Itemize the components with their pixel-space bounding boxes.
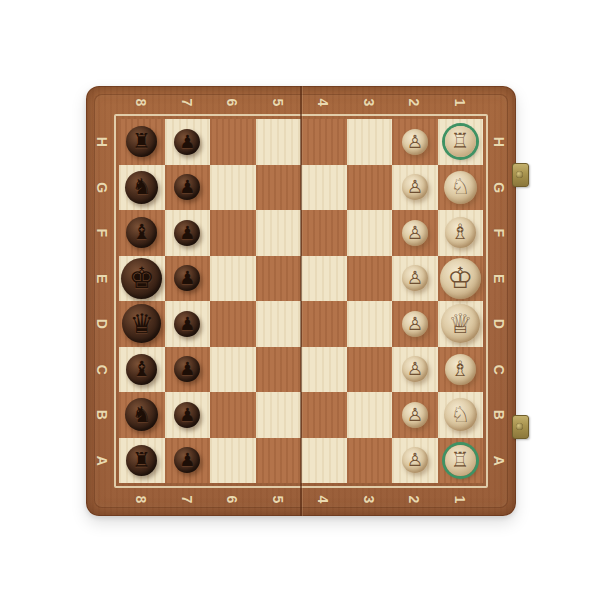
piece-glyph: ♟ <box>179 406 195 424</box>
coord-label-right-H: H <box>477 125 523 158</box>
square-F3[interactable] <box>347 210 393 256</box>
coord-label-right-G: G <box>477 171 523 204</box>
coord-label-top-5: 5 <box>262 80 295 126</box>
piece-black-pawn-h7[interactable]: ♟ <box>174 129 200 155</box>
piece-white-pawn-h2[interactable]: ♙ <box>402 129 428 155</box>
piece-black-king-e8[interactable]: ♚ <box>121 258 162 299</box>
piece-glyph: ♟ <box>179 178 195 196</box>
piece-white-king-e1[interactable]: ♔ <box>440 258 481 299</box>
fold-seam <box>300 86 302 516</box>
coord-label-bottom-1: 1 <box>444 477 477 523</box>
piece-white-bishop-f1[interactable]: ♗ <box>445 217 476 248</box>
piece-glyph: ♚ <box>129 264 155 293</box>
piece-black-pawn-b7[interactable]: ♟ <box>174 402 200 428</box>
piece-glyph: ♙ <box>407 451 423 469</box>
piece-black-knight-b8[interactable]: ♞ <box>125 398 158 431</box>
coord-label-top-8: 8 <box>125 80 158 126</box>
piece-black-queen-d8[interactable]: ♛ <box>122 304 161 343</box>
piece-white-queen-d1[interactable]: ♕ <box>441 304 480 343</box>
piece-white-pawn-e2[interactable]: ♙ <box>402 265 428 291</box>
square-F4[interactable] <box>301 210 347 256</box>
piece-glyph: ♔ <box>447 264 473 293</box>
piece-glyph: ♞ <box>132 404 152 426</box>
piece-white-pawn-a2[interactable]: ♙ <box>402 447 428 473</box>
piece-glyph: ♖ <box>451 450 470 471</box>
piece-glyph: ♖ <box>451 131 470 152</box>
square-C3[interactable] <box>347 347 393 393</box>
square-F7[interactable]: ♟ <box>165 210 211 256</box>
square-D6[interactable] <box>210 301 256 347</box>
square-D2[interactable]: ♙ <box>392 301 438 347</box>
coord-label-right-E: E <box>477 262 523 295</box>
coord-label-left-E: E <box>80 262 126 295</box>
square-B6[interactable] <box>210 392 256 438</box>
piece-glyph: ♙ <box>407 133 423 151</box>
square-F5[interactable] <box>256 210 302 256</box>
piece-black-pawn-c7[interactable]: ♟ <box>174 356 200 382</box>
coord-label-bottom-5: 5 <box>262 477 295 523</box>
square-G8[interactable]: ♞ <box>119 165 165 211</box>
piece-white-pawn-d2[interactable]: ♙ <box>402 311 428 337</box>
square-D4[interactable] <box>301 301 347 347</box>
coord-label-right-A: A <box>477 444 523 477</box>
square-F8[interactable]: ♝ <box>119 210 165 256</box>
piece-black-bishop-f8[interactable]: ♝ <box>126 217 157 248</box>
square-G3[interactable] <box>347 165 393 211</box>
piece-black-pawn-d7[interactable]: ♟ <box>174 311 200 337</box>
square-H7[interactable]: ♟ <box>165 119 211 165</box>
piece-black-pawn-f7[interactable]: ♟ <box>174 220 200 246</box>
chess-box: 87654321 87654321 HGFEDCBA HGFEDCBA ♜♟♙♖… <box>86 86 516 516</box>
square-C5[interactable] <box>256 347 302 393</box>
coord-label-right-D: D <box>477 307 523 340</box>
piece-black-pawn-e7[interactable]: ♟ <box>174 265 200 291</box>
square-E6[interactable] <box>210 256 256 302</box>
piece-glyph: ♗ <box>451 222 470 243</box>
coord-label-bottom-4: 4 <box>307 477 340 523</box>
piece-black-pawn-g7[interactable]: ♟ <box>174 174 200 200</box>
coord-label-bottom-8: 8 <box>125 477 158 523</box>
coord-labels-right: HGFEDCBA <box>483 119 516 483</box>
square-H6[interactable] <box>210 119 256 165</box>
piece-glyph: ♟ <box>179 315 195 333</box>
piece-glyph: ♙ <box>407 406 423 424</box>
photo-background: 87654321 87654321 HGFEDCBA HGFEDCBA ♜♟♙♖… <box>0 0 600 600</box>
piece-glyph: ♘ <box>450 176 470 198</box>
piece-glyph: ♟ <box>179 133 195 151</box>
piece-glyph: ♜ <box>132 131 151 152</box>
coord-label-bottom-7: 7 <box>171 477 204 523</box>
piece-black-rook-h8[interactable]: ♜ <box>126 126 157 157</box>
coord-label-left-G: G <box>80 171 126 204</box>
square-G5[interactable] <box>256 165 302 211</box>
square-E3[interactable] <box>347 256 393 302</box>
coord-labels-left: HGFEDCBA <box>86 119 119 483</box>
square-G4[interactable] <box>301 165 347 211</box>
coord-label-bottom-6: 6 <box>216 477 249 523</box>
piece-glyph: ♟ <box>179 269 195 287</box>
square-D8[interactable]: ♛ <box>119 301 165 347</box>
piece-glyph: ♝ <box>132 359 151 380</box>
square-H3[interactable] <box>347 119 393 165</box>
square-H2[interactable]: ♙ <box>392 119 438 165</box>
piece-glyph: ♜ <box>132 450 151 471</box>
square-E8[interactable]: ♚ <box>119 256 165 302</box>
square-G7[interactable]: ♟ <box>165 165 211 211</box>
piece-glyph: ♟ <box>179 224 195 242</box>
piece-glyph: ♙ <box>407 315 423 333</box>
coord-label-left-C: C <box>80 353 126 386</box>
coord-label-top-6: 6 <box>216 80 249 126</box>
piece-white-knight-b1[interactable]: ♘ <box>444 398 477 431</box>
square-E5[interactable] <box>256 256 302 302</box>
square-C2[interactable]: ♙ <box>392 347 438 393</box>
coord-label-right-F: F <box>477 216 523 249</box>
piece-glyph: ♗ <box>451 359 470 380</box>
piece-white-rook-a1[interactable]: ♖ <box>445 445 476 476</box>
square-D3[interactable] <box>347 301 393 347</box>
piece-glyph: ♙ <box>407 269 423 287</box>
piece-glyph: ♛ <box>130 310 154 337</box>
coord-label-top-1: 1 <box>444 80 477 126</box>
square-C4[interactable] <box>301 347 347 393</box>
piece-black-rook-a8[interactable]: ♜ <box>126 445 157 476</box>
square-G2[interactable]: ♙ <box>392 165 438 211</box>
square-B5[interactable] <box>256 392 302 438</box>
coord-label-top-4: 4 <box>307 80 340 126</box>
coord-label-bottom-3: 3 <box>353 477 386 523</box>
coord-label-right-B: B <box>477 398 523 431</box>
square-B3[interactable] <box>347 392 393 438</box>
square-D5[interactable] <box>256 301 302 347</box>
piece-glyph: ♙ <box>407 360 423 378</box>
piece-glyph: ♙ <box>407 224 423 242</box>
piece-white-rook-h1[interactable]: ♖ <box>445 126 476 157</box>
piece-white-pawn-b2[interactable]: ♙ <box>402 402 428 428</box>
square-B2[interactable]: ♙ <box>392 392 438 438</box>
square-H5[interactable] <box>256 119 302 165</box>
square-B8[interactable]: ♞ <box>119 392 165 438</box>
piece-glyph: ♞ <box>132 176 152 198</box>
piece-glyph: ♙ <box>407 178 423 196</box>
piece-glyph: ♝ <box>132 222 151 243</box>
square-C8[interactable]: ♝ <box>119 347 165 393</box>
coord-label-right-C: C <box>477 353 523 386</box>
piece-white-pawn-c2[interactable]: ♙ <box>402 356 428 382</box>
piece-glyph: ♟ <box>179 451 195 469</box>
square-D7[interactable]: ♟ <box>165 301 211 347</box>
coord-label-top-7: 7 <box>171 80 204 126</box>
square-B4[interactable] <box>301 392 347 438</box>
coord-label-left-F: F <box>80 216 126 249</box>
square-E2[interactable]: ♙ <box>392 256 438 302</box>
square-C6[interactable] <box>210 347 256 393</box>
square-H4[interactable] <box>301 119 347 165</box>
piece-white-bishop-c1[interactable]: ♗ <box>445 354 476 385</box>
piece-black-knight-g8[interactable]: ♞ <box>125 171 158 204</box>
square-E4[interactable] <box>301 256 347 302</box>
piece-white-pawn-f2[interactable]: ♙ <box>402 220 428 246</box>
coord-label-top-2: 2 <box>398 80 431 126</box>
square-B7[interactable]: ♟ <box>165 392 211 438</box>
square-H8[interactable]: ♜ <box>119 119 165 165</box>
piece-glyph: ♟ <box>179 360 195 378</box>
square-E7[interactable]: ♟ <box>165 256 211 302</box>
piece-black-pawn-a7[interactable]: ♟ <box>174 447 200 473</box>
square-C7[interactable]: ♟ <box>165 347 211 393</box>
piece-white-pawn-g2[interactable]: ♙ <box>402 174 428 200</box>
square-F2[interactable]: ♙ <box>392 210 438 256</box>
coord-label-left-D: D <box>80 307 126 340</box>
square-F6[interactable] <box>210 210 256 256</box>
piece-glyph: ♘ <box>450 404 470 426</box>
coord-label-bottom-2: 2 <box>398 477 431 523</box>
square-G6[interactable] <box>210 165 256 211</box>
piece-glyph: ♕ <box>448 310 472 337</box>
coord-label-left-A: A <box>80 444 126 477</box>
coord-label-top-3: 3 <box>353 80 386 126</box>
coord-label-left-B: B <box>80 398 126 431</box>
piece-white-knight-g1[interactable]: ♘ <box>444 171 477 204</box>
coord-label-left-H: H <box>80 125 126 158</box>
piece-black-bishop-c8[interactable]: ♝ <box>126 354 157 385</box>
